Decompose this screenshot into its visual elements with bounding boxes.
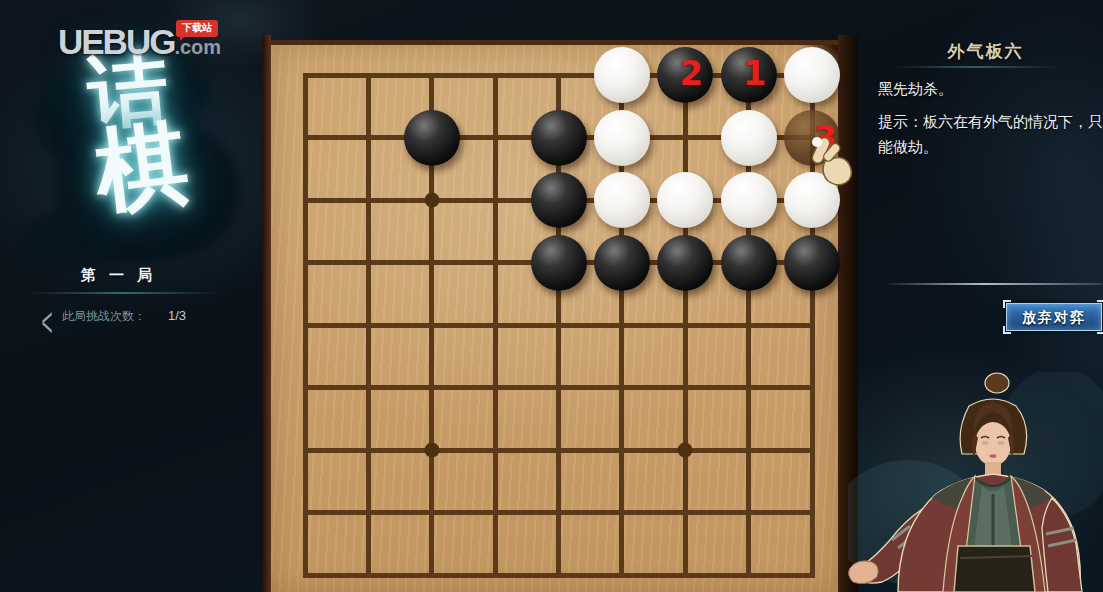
stone-black	[531, 235, 587, 291]
button-corner-ornament	[1097, 300, 1103, 308]
attempts-row: 此局挑战次数：1/3	[62, 308, 186, 325]
resign-button-label: 放弃对弈	[1022, 309, 1086, 325]
move-number-label: 2	[663, 45, 719, 101]
star-point	[424, 193, 439, 208]
puzzle-title: 外气板六	[868, 40, 1103, 63]
star-point	[424, 443, 439, 458]
stone-black: 1	[721, 47, 777, 103]
stone-black	[594, 235, 650, 291]
go-board-grid[interactable]: 213	[271, 40, 838, 592]
grid-line	[303, 448, 815, 453]
stone-white	[594, 110, 650, 166]
previous-arrow-icon[interactable]: <	[41, 298, 52, 346]
stone-white	[657, 172, 713, 228]
stone-white	[784, 47, 840, 103]
board-side-edge-left	[262, 35, 271, 592]
move-number-label: 1	[727, 45, 783, 101]
stone-black	[657, 235, 713, 291]
stone-black	[404, 110, 460, 166]
button-corner-ornament	[1097, 326, 1103, 334]
stone-white	[594, 172, 650, 228]
stone-black	[784, 235, 840, 291]
grid-line	[303, 385, 815, 390]
button-corner-ornament	[1003, 300, 1011, 308]
grid-line	[303, 573, 815, 578]
stone-black	[531, 110, 587, 166]
star-point	[678, 443, 693, 458]
puzzle-hint: 提示：板六在有外气的情况下，只能做劫。	[878, 109, 1103, 159]
tap-cursor-icon[interactable]	[808, 133, 854, 189]
attempts-label: 此局挑战次数：	[62, 309, 146, 323]
grid-line	[683, 73, 688, 578]
grid-line	[303, 510, 815, 515]
button-corner-ornament	[1003, 326, 1011, 334]
calligraphy-title-char-2: 棋	[91, 117, 194, 220]
panel-divider	[888, 283, 1102, 285]
grid-line	[303, 323, 815, 328]
stone-white	[721, 172, 777, 228]
go-board: 213	[262, 35, 858, 592]
resign-game-button[interactable]: 放弃对弈	[1006, 303, 1102, 331]
puzzle-statement: 黑先劫杀。	[878, 77, 1103, 101]
stone-black	[721, 235, 777, 291]
stone-white	[721, 110, 777, 166]
round-label: 第一局	[30, 266, 216, 285]
logo-text: UEBUG	[58, 22, 174, 61]
stone-black	[531, 172, 587, 228]
title-divider	[893, 66, 1058, 68]
download-site-badge: 下载站	[176, 20, 218, 37]
stone-black: 2	[657, 47, 713, 103]
game-character-illustration	[848, 372, 1103, 592]
attempts-value: 1/3	[168, 308, 186, 323]
game-screen: UEBUG.com 下载站 诘 棋 第一局 此局挑战次数：1/3 < 213	[0, 0, 1103, 592]
stone-white	[594, 47, 650, 103]
round-divider	[28, 292, 218, 294]
